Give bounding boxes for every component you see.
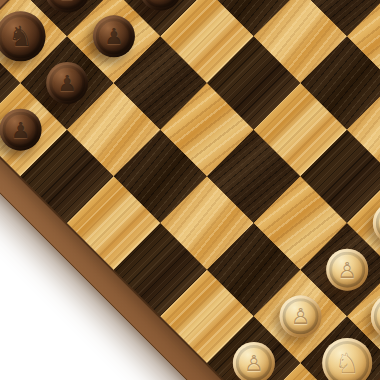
board-squares: ♞♝♟♟♟♟♙♙♙♙♘♗ xyxy=(0,0,380,380)
piece-white-knight-b1[interactable]: ♘ xyxy=(322,338,372,380)
white-pawn-glyph: ♙ xyxy=(244,353,264,375)
black-bishop-glyph: ♝ xyxy=(56,0,78,3)
black-pawn-glyph: ♟ xyxy=(151,0,171,2)
white-pawn-glyph: ♙ xyxy=(291,306,311,328)
piece-black-pawn-a7[interactable]: ♟ xyxy=(0,109,42,151)
photo-stage: ♞♝♟♟♟♟♙♙♙♙♘♗ xyxy=(0,0,380,380)
black-pawn-glyph: ♟ xyxy=(104,26,124,48)
piece-white-pawn-c2[interactable]: ♙ xyxy=(326,249,368,291)
white-pawn-glyph: ♙ xyxy=(337,260,357,282)
piece-white-pawn-b2[interactable]: ♙ xyxy=(280,295,322,337)
black-pawn-glyph: ♟ xyxy=(11,120,31,142)
white-knight-glyph: ♘ xyxy=(335,350,360,378)
piece-black-pawn-c7[interactable]: ♟ xyxy=(93,15,135,57)
piece-white-pawn-a2[interactable]: ♙ xyxy=(233,342,275,380)
black-knight-glyph: ♞ xyxy=(8,23,33,51)
piece-black-pawn-b7[interactable]: ♟ xyxy=(46,62,88,104)
black-pawn-glyph: ♟ xyxy=(57,73,77,95)
chess-board: ♞♝♟♟♟♟♙♙♙♙♘♗ xyxy=(0,0,380,380)
